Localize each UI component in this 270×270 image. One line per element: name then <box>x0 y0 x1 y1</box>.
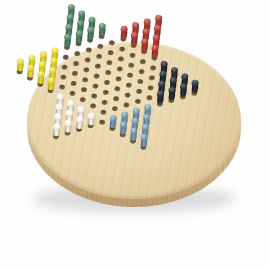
peg-blue[interactable] <box>139 134 149 148</box>
hole[interactable] <box>101 100 108 106</box>
hole[interactable] <box>107 50 114 56</box>
hole[interactable] <box>92 83 99 89</box>
hole[interactable] <box>117 56 124 62</box>
hole[interactable] <box>123 102 130 108</box>
hole[interactable] <box>126 72 133 78</box>
hole[interactable] <box>98 119 105 125</box>
hole[interactable] <box>102 90 109 96</box>
hole[interactable] <box>100 109 107 115</box>
hole[interactable] <box>114 86 121 92</box>
peg-green[interactable] <box>86 26 96 40</box>
peg-green[interactable] <box>97 23 107 37</box>
peg-blue[interactable] <box>129 127 139 141</box>
peg-blue[interactable] <box>118 121 128 135</box>
hole[interactable] <box>103 80 110 86</box>
hole[interactable] <box>116 66 123 72</box>
hole[interactable] <box>94 63 101 69</box>
hole[interactable] <box>97 44 104 50</box>
peg-white[interactable] <box>52 123 62 137</box>
hole[interactable] <box>60 74 67 80</box>
hole[interactable] <box>84 57 91 63</box>
peg-white[interactable] <box>75 116 85 130</box>
peg-red[interactable] <box>140 38 150 52</box>
hole[interactable] <box>80 87 87 93</box>
peg-black[interactable] <box>167 87 177 101</box>
hole[interactable] <box>147 85 154 91</box>
product-photo-background <box>0 0 270 270</box>
peg-red[interactable] <box>129 32 139 46</box>
hole[interactable] <box>138 69 145 75</box>
hole[interactable] <box>104 70 111 76</box>
peg-red[interactable] <box>150 44 160 58</box>
hole[interactable] <box>69 91 76 97</box>
hole[interactable] <box>111 106 118 112</box>
hole[interactable] <box>72 61 79 67</box>
hole[interactable] <box>135 89 142 95</box>
peg-black[interactable] <box>178 83 188 97</box>
peg-black[interactable] <box>155 90 165 104</box>
hole[interactable] <box>127 62 134 68</box>
hole[interactable] <box>137 79 144 85</box>
hole[interactable] <box>58 84 65 90</box>
peg-green[interactable] <box>63 33 73 47</box>
hole[interactable] <box>118 46 125 52</box>
hole[interactable] <box>83 67 90 73</box>
hole[interactable] <box>79 97 86 103</box>
hole[interactable] <box>115 76 122 82</box>
peg-black[interactable] <box>190 79 200 93</box>
hole[interactable] <box>89 103 96 109</box>
peg-green[interactable] <box>74 30 84 44</box>
hole[interactable] <box>112 96 119 102</box>
hole[interactable] <box>70 81 77 87</box>
peg-red[interactable] <box>119 25 129 39</box>
hole[interactable] <box>149 65 156 71</box>
hole[interactable] <box>108 40 115 46</box>
hole[interactable] <box>85 47 92 53</box>
hole[interactable] <box>95 53 102 59</box>
hole[interactable] <box>62 54 69 60</box>
hole[interactable] <box>74 51 81 57</box>
hole[interactable] <box>61 64 68 70</box>
peg-yellow[interactable] <box>36 70 46 84</box>
hole[interactable] <box>125 82 132 88</box>
hole[interactable] <box>139 59 146 65</box>
hole[interactable] <box>106 60 113 66</box>
peg-blue[interactable] <box>108 115 118 129</box>
peg-yellow[interactable] <box>46 77 56 91</box>
hole[interactable] <box>81 77 88 83</box>
hole[interactable] <box>146 95 153 101</box>
hole[interactable] <box>129 53 136 59</box>
peg-white[interactable] <box>63 119 73 133</box>
hole[interactable] <box>93 73 100 79</box>
peg-yellow[interactable] <box>26 64 36 78</box>
hole[interactable] <box>90 93 97 99</box>
board-grid <box>6 9 207 156</box>
hole[interactable] <box>148 75 155 81</box>
peg-white[interactable] <box>86 112 96 126</box>
peg-yellow[interactable] <box>15 58 25 72</box>
hole[interactable] <box>124 92 131 98</box>
hole[interactable] <box>71 71 78 77</box>
hole[interactable] <box>134 99 141 105</box>
